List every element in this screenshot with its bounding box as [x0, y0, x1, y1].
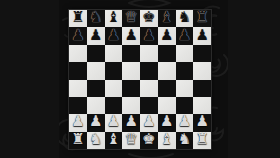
square-e6[interactable]	[140, 45, 158, 62]
piece-black-king: ♚	[142, 10, 155, 26]
square-d2[interactable]: ♟	[122, 114, 140, 131]
square-a5[interactable]	[69, 62, 87, 79]
square-a7[interactable]: ♟	[69, 27, 87, 44]
square-c7[interactable]: ♟	[105, 27, 123, 44]
square-f1[interactable]: ♝	[158, 132, 176, 149]
square-e2[interactable]: ♟	[140, 114, 158, 131]
piece-white-rook: ♜	[195, 132, 208, 148]
square-f3[interactable]	[158, 97, 176, 114]
square-g8[interactable]: ♞	[176, 10, 194, 27]
piece-white-queen: ♛	[124, 132, 137, 148]
piece-white-bishop: ♝	[107, 132, 120, 148]
piece-white-pawn: ♟	[107, 114, 120, 130]
square-a6[interactable]	[69, 45, 87, 62]
square-g5[interactable]	[176, 62, 194, 79]
square-g6[interactable]	[176, 45, 194, 62]
app-background: ♜♞♝♛♚♝♞♜♟♟♟♟♟♟♟♟♟♟♟♟♟♟♟♟♜♞♝♛♚♝♞♜	[0, 0, 280, 158]
piece-white-knight: ♞	[89, 132, 102, 148]
square-e1[interactable]: ♚	[140, 132, 158, 149]
square-e7[interactable]: ♟	[140, 27, 158, 44]
square-b2[interactable]: ♟	[87, 114, 105, 131]
square-c2[interactable]: ♟	[105, 114, 123, 131]
square-d5[interactable]	[122, 62, 140, 79]
piece-white-pawn: ♟	[89, 114, 102, 130]
square-c5[interactable]	[105, 62, 123, 79]
square-b1[interactable]: ♞	[87, 132, 105, 149]
square-f5[interactable]	[158, 62, 176, 79]
square-b6[interactable]	[87, 45, 105, 62]
square-d1[interactable]: ♛	[122, 132, 140, 149]
square-a3[interactable]	[69, 97, 87, 114]
piece-white-pawn: ♟	[195, 114, 208, 130]
square-h1[interactable]: ♜	[193, 132, 211, 149]
square-c1[interactable]: ♝	[105, 132, 123, 149]
piece-black-bishop: ♝	[107, 10, 120, 26]
piece-black-pawn: ♟	[160, 27, 173, 43]
square-a2[interactable]: ♟	[69, 114, 87, 131]
piece-white-knight: ♞	[178, 132, 191, 148]
piece-black-pawn: ♟	[71, 27, 84, 43]
square-h8[interactable]: ♜	[193, 10, 211, 27]
square-h3[interactable]	[193, 97, 211, 114]
piece-black-knight: ♞	[178, 10, 191, 26]
square-d6[interactable]	[122, 45, 140, 62]
square-f2[interactable]: ♟	[158, 114, 176, 131]
piece-black-pawn: ♟	[89, 27, 102, 43]
square-e5[interactable]	[140, 62, 158, 79]
square-b5[interactable]	[87, 62, 105, 79]
board-panel: ♜♞♝♛♚♝♞♜♟♟♟♟♟♟♟♟♟♟♟♟♟♟♟♟♜♞♝♛♚♝♞♜	[59, 0, 228, 158]
square-e8[interactable]: ♚	[140, 10, 158, 27]
piece-white-king: ♚	[142, 132, 155, 148]
square-d7[interactable]: ♟	[122, 27, 140, 44]
piece-white-pawn: ♟	[142, 114, 155, 130]
square-d8[interactable]: ♛	[122, 10, 140, 27]
square-c4[interactable]	[105, 80, 123, 97]
square-e3[interactable]	[140, 97, 158, 114]
piece-white-pawn: ♟	[124, 114, 137, 130]
square-f6[interactable]	[158, 45, 176, 62]
square-g1[interactable]: ♞	[176, 132, 194, 149]
square-f4[interactable]	[158, 80, 176, 97]
square-b3[interactable]	[87, 97, 105, 114]
piece-white-pawn: ♟	[160, 114, 173, 130]
square-a1[interactable]: ♜	[69, 132, 87, 149]
square-b4[interactable]	[87, 80, 105, 97]
piece-black-rook: ♜	[71, 10, 84, 26]
piece-black-pawn: ♟	[107, 27, 120, 43]
square-d3[interactable]	[122, 97, 140, 114]
square-c8[interactable]: ♝	[105, 10, 123, 27]
piece-black-pawn: ♟	[195, 27, 208, 43]
square-c6[interactable]	[105, 45, 123, 62]
piece-black-pawn: ♟	[178, 27, 191, 43]
square-h6[interactable]	[193, 45, 211, 62]
square-h4[interactable]	[193, 80, 211, 97]
square-e4[interactable]	[140, 80, 158, 97]
square-g3[interactable]	[176, 97, 194, 114]
piece-white-pawn: ♟	[71, 114, 84, 130]
piece-black-rook: ♜	[195, 10, 208, 26]
square-a4[interactable]	[69, 80, 87, 97]
square-f7[interactable]: ♟	[158, 27, 176, 44]
square-f8[interactable]: ♝	[158, 10, 176, 27]
square-g7[interactable]: ♟	[176, 27, 194, 44]
piece-white-bishop: ♝	[160, 132, 173, 148]
square-g4[interactable]	[176, 80, 194, 97]
piece-black-pawn: ♟	[124, 27, 137, 43]
square-a8[interactable]: ♜	[69, 10, 87, 27]
square-c3[interactable]	[105, 97, 123, 114]
square-h5[interactable]	[193, 62, 211, 79]
piece-black-pawn: ♟	[142, 27, 155, 43]
piece-white-pawn: ♟	[178, 114, 191, 130]
square-h7[interactable]: ♟	[193, 27, 211, 44]
chessboard: ♜♞♝♛♚♝♞♜♟♟♟♟♟♟♟♟♟♟♟♟♟♟♟♟♜♞♝♛♚♝♞♜	[69, 10, 211, 149]
square-b8[interactable]: ♞	[87, 10, 105, 27]
square-b7[interactable]: ♟	[87, 27, 105, 44]
piece-black-bishop: ♝	[160, 10, 173, 26]
piece-white-rook: ♜	[71, 132, 84, 148]
piece-black-knight: ♞	[89, 10, 102, 26]
square-d4[interactable]	[122, 80, 140, 97]
square-h2[interactable]: ♟	[193, 114, 211, 131]
square-g2[interactable]: ♟	[176, 114, 194, 131]
piece-black-queen: ♛	[124, 10, 137, 26]
